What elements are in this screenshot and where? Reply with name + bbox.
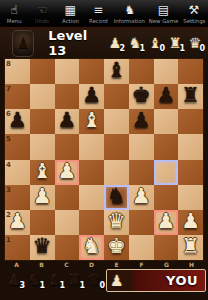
white-pawn: ♟ [33, 186, 52, 207]
knight-icon: ♞ [124, 4, 135, 17]
toolbar-item-label: Record [89, 17, 108, 23]
square-g4[interactable] [154, 160, 179, 185]
turn-indicator: ♟ YOU [106, 269, 206, 292]
square-e1[interactable]: ♚ [104, 235, 129, 260]
square-h6[interactable] [178, 109, 203, 134]
toolbar-item-information[interactable]: ♞Information [112, 0, 147, 27]
square-g3[interactable] [154, 185, 179, 210]
captured-by-black-tray: ♟2♞1♝0♜1♛0 [105, 34, 208, 52]
list-lines-icon: ≡ [93, 4, 103, 17]
rank-label: 3 [6, 186, 11, 194]
computer-side-badge: ♟ [12, 30, 34, 57]
square-d8[interactable] [79, 59, 104, 84]
square-b3[interactable]: ♟ [30, 185, 55, 210]
square-b7[interactable] [30, 84, 55, 109]
pointer-hand-icon: ☝ [10, 4, 17, 17]
toolbar-item-label: Action [62, 17, 79, 23]
toolbar-item-menu[interactable]: ☝Menu [0, 0, 28, 27]
black-pawn: ♟ [132, 110, 151, 131]
square-e2[interactable]: ♛ [104, 210, 129, 235]
square-g8[interactable] [154, 59, 179, 84]
bottom-bar: ♟3♞1♝1♜1♛0 ♟ YOU [0, 269, 208, 300]
square-f7[interactable]: ♚ [129, 84, 154, 109]
white-queen: ♛ [107, 211, 126, 232]
wrench-icon: ⚒ [189, 4, 200, 17]
white-rook: ♜ [181, 236, 200, 257]
white-pawn: ♟ [8, 211, 27, 232]
black-pawn-icon: ♟ [16, 34, 29, 52]
captured-black-knight: ♞1 [25, 271, 45, 289]
square-e4[interactable] [104, 160, 129, 185]
square-f8[interactable] [129, 59, 154, 84]
square-h7[interactable]: ♜ [178, 84, 203, 109]
square-e3[interactable]: ♞ [104, 185, 129, 210]
square-b4[interactable]: ♝ [30, 160, 55, 185]
square-f6[interactable]: ♟ [129, 109, 154, 134]
square-d2[interactable] [79, 210, 104, 235]
captured-count: 0 [199, 44, 205, 53]
white-pawn: ♟ [57, 161, 76, 182]
square-f1[interactable] [129, 235, 154, 260]
toolbar-item-label: Undo [35, 17, 49, 23]
captured-black-queen: ♛0 [85, 271, 105, 289]
square-c6[interactable]: ♟ [55, 109, 80, 134]
captured-black-bishop: ♝1 [45, 271, 65, 289]
file-label: B [29, 261, 54, 269]
white-knight: ♞ [82, 236, 101, 257]
black-queen: ♛ [33, 236, 52, 257]
square-a1[interactable]: 1 [5, 235, 30, 260]
square-c7[interactable] [55, 84, 80, 109]
toolbar-item-settings[interactable]: ⚒Settings [180, 0, 208, 27]
file-label: D [79, 261, 104, 269]
captured-white-bishop: ♝0 [145, 34, 165, 52]
square-h1[interactable]: ♜ [178, 235, 203, 260]
square-a5[interactable]: 5 [5, 134, 30, 159]
white-bishop: ♝ [82, 110, 101, 131]
black-pawn: ♟ [57, 110, 76, 131]
square-h8[interactable] [178, 59, 203, 84]
square-d4[interactable] [79, 160, 104, 185]
file-label: A [4, 261, 29, 269]
square-g1[interactable] [154, 235, 179, 260]
square-g2[interactable]: ♟ [154, 210, 179, 235]
square-h2[interactable]: ♟ [178, 210, 203, 235]
square-c1[interactable] [55, 235, 80, 260]
square-d5[interactable] [79, 134, 104, 159]
grid-window-icon: ▦ [65, 4, 76, 17]
toolbar-item-new-game[interactable]: ▤New Game [147, 0, 180, 27]
white-pawn: ♟ [156, 211, 175, 232]
chess-board: 8♝7♟♚♟♜6♟♟♝♟54♝♟3♟♞♟2♟♛♟♟1♛♞♚♜ [4, 58, 204, 261]
white-pawn: ♟ [132, 186, 151, 207]
captured-black-pawn: ♟3 [5, 271, 25, 289]
square-d6[interactable]: ♝ [79, 109, 104, 134]
square-c3[interactable] [55, 185, 80, 210]
rank-label: 7 [6, 85, 11, 93]
file-label: H [179, 261, 204, 269]
square-b2[interactable] [30, 210, 55, 235]
square-a2[interactable]: 2♟ [5, 210, 30, 235]
square-b6[interactable] [30, 109, 55, 134]
rank-label: 4 [6, 161, 11, 169]
square-a6[interactable]: 6♟ [5, 109, 30, 134]
square-c4[interactable]: ♟ [55, 160, 80, 185]
square-g7[interactable]: ♟ [154, 84, 179, 109]
square-a3[interactable]: 3 [5, 185, 30, 210]
captured-count: 0 [99, 281, 105, 290]
hand-icon: ☜ [37, 4, 48, 17]
rank-label: 5 [6, 135, 11, 143]
captured-white-queen: ♛0 [185, 34, 205, 52]
toolbar: ☝Menu☜Undo▦Action≡Record♞Information▤New… [0, 0, 208, 28]
file-label: E [104, 261, 129, 269]
square-a4[interactable]: 4 [5, 160, 30, 185]
black-bishop: ♝ [107, 60, 126, 81]
square-d3[interactable] [79, 185, 104, 210]
black-rook: ♜ [181, 85, 200, 106]
black-pawn: ♟ [156, 85, 175, 106]
captured-white-rook: ♜1 [165, 34, 185, 52]
rank-label: 1 [6, 236, 11, 244]
black-pawn: ♟ [82, 85, 101, 106]
black-pawn: ♟ [8, 110, 27, 131]
square-f5[interactable] [129, 134, 154, 159]
toolbar-item-label: Menu [7, 17, 22, 23]
toolbar-item-undo[interactable]: ☜Undo [28, 0, 56, 27]
captured-white-pawn: ♟2 [105, 34, 125, 52]
white-bishop: ♝ [33, 161, 52, 182]
square-e8[interactable]: ♝ [104, 59, 129, 84]
black-knight: ♞ [107, 186, 126, 207]
captured-black-rook: ♜1 [65, 271, 85, 289]
black-king: ♚ [132, 85, 151, 106]
square-c8[interactable] [55, 59, 80, 84]
file-label: F [129, 261, 154, 269]
captured-white-knight: ♞1 [125, 34, 145, 52]
toolbar-item-label: Information [114, 17, 145, 23]
square-e5[interactable] [104, 134, 129, 159]
square-f3[interactable]: ♟ [129, 185, 154, 210]
square-b1[interactable]: ♛ [30, 235, 55, 260]
square-a7[interactable]: 7 [5, 84, 30, 109]
toolbar-item-label: Settings [183, 17, 205, 23]
file-label: C [54, 261, 79, 269]
square-d7[interactable]: ♟ [79, 84, 104, 109]
square-g6[interactable] [154, 109, 179, 134]
square-h5[interactable] [178, 134, 203, 159]
turn-label: YOU [166, 273, 198, 288]
square-d1[interactable]: ♞ [79, 235, 104, 260]
square-b8[interactable] [30, 59, 55, 84]
file-label: G [154, 261, 179, 269]
white-king: ♚ [107, 236, 126, 257]
square-h3[interactable] [178, 185, 203, 210]
square-f4[interactable] [129, 160, 154, 185]
white-pawn: ♟ [181, 211, 200, 232]
square-e7[interactable] [104, 84, 129, 109]
square-e6[interactable] [104, 109, 129, 134]
toolbar-item-action[interactable]: ▦Action [56, 0, 84, 27]
board-window-icon: ▤ [158, 4, 169, 17]
square-c2[interactable] [55, 210, 80, 235]
square-a8[interactable]: 8 [5, 59, 30, 84]
captured-by-white-tray: ♟3♞1♝1♜1♛0 [0, 269, 105, 289]
toolbar-item-record[interactable]: ≡Record [84, 0, 112, 27]
level-label: Level 13 [48, 28, 105, 58]
square-h4[interactable] [178, 160, 203, 185]
file-labels: ABCDEFGH [4, 261, 204, 269]
white-pawn-icon: ♟ [110, 272, 123, 290]
square-b5[interactable] [30, 134, 55, 159]
square-f2[interactable] [129, 210, 154, 235]
square-g5[interactable] [154, 134, 179, 159]
toolbar-item-label: New Game [149, 17, 179, 23]
rank-label: 8 [6, 60, 11, 68]
square-c5[interactable] [55, 134, 80, 159]
status-bar: ♟ Level 13 ♟2♞1♝0♜1♛0 [0, 28, 208, 58]
